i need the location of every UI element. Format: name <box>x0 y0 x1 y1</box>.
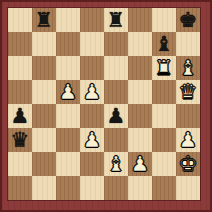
square-d7[interactable] <box>80 32 104 56</box>
square-g8[interactable] <box>152 8 176 32</box>
square-c3[interactable] <box>56 128 80 152</box>
square-a1[interactable] <box>8 176 32 200</box>
square-g2[interactable] <box>152 152 176 176</box>
white-king[interactable]: ♚ <box>176 152 200 176</box>
white-pawn[interactable]: ♟ <box>56 80 80 104</box>
square-a8[interactable] <box>8 8 32 32</box>
square-g1[interactable] <box>152 176 176 200</box>
square-c7[interactable] <box>56 32 80 56</box>
square-f7[interactable] <box>128 32 152 56</box>
black-rook[interactable]: ♜ <box>32 8 56 32</box>
white-queen[interactable]: ♛ <box>176 80 200 104</box>
square-h7[interactable] <box>176 32 200 56</box>
square-e4[interactable]: ♟ <box>104 104 128 128</box>
chess-board: ♜♜♚♝♜♝♟♟♛♟♟♛♟♟♝♟♚ <box>8 8 200 200</box>
square-f5[interactable] <box>128 80 152 104</box>
square-f4[interactable] <box>128 104 152 128</box>
square-a3[interactable]: ♛ <box>8 128 32 152</box>
black-pawn[interactable]: ♟ <box>104 104 128 128</box>
white-pawn[interactable]: ♟ <box>128 152 152 176</box>
square-g5[interactable] <box>152 80 176 104</box>
white-bishop[interactable]: ♝ <box>104 152 128 176</box>
square-e5[interactable] <box>104 80 128 104</box>
white-pawn[interactable]: ♟ <box>80 128 104 152</box>
square-f1[interactable] <box>128 176 152 200</box>
square-g4[interactable] <box>152 104 176 128</box>
square-f8[interactable] <box>128 8 152 32</box>
square-a6[interactable] <box>8 56 32 80</box>
square-h2[interactable]: ♚ <box>176 152 200 176</box>
square-h4[interactable] <box>176 104 200 128</box>
square-e7[interactable] <box>104 32 128 56</box>
square-g7[interactable]: ♝ <box>152 32 176 56</box>
white-pawn[interactable]: ♟ <box>80 80 104 104</box>
square-b8[interactable]: ♜ <box>32 8 56 32</box>
square-h5[interactable]: ♛ <box>176 80 200 104</box>
square-d2[interactable] <box>80 152 104 176</box>
square-c4[interactable] <box>56 104 80 128</box>
square-d3[interactable]: ♟ <box>80 128 104 152</box>
square-b6[interactable] <box>32 56 56 80</box>
white-rook[interactable]: ♜ <box>152 56 176 80</box>
square-d1[interactable] <box>80 176 104 200</box>
square-e6[interactable] <box>104 56 128 80</box>
square-b5[interactable] <box>32 80 56 104</box>
square-b1[interactable] <box>32 176 56 200</box>
square-a5[interactable] <box>8 80 32 104</box>
square-e2[interactable]: ♝ <box>104 152 128 176</box>
board-frame: ♜♜♚♝♜♝♟♟♛♟♟♛♟♟♝♟♚ <box>0 0 212 212</box>
square-d6[interactable] <box>80 56 104 80</box>
square-h8[interactable]: ♚ <box>176 8 200 32</box>
square-d5[interactable]: ♟ <box>80 80 104 104</box>
square-f3[interactable] <box>128 128 152 152</box>
square-c2[interactable] <box>56 152 80 176</box>
black-king[interactable]: ♚ <box>176 8 200 32</box>
square-b4[interactable] <box>32 104 56 128</box>
square-a2[interactable] <box>8 152 32 176</box>
square-g3[interactable] <box>152 128 176 152</box>
square-a4[interactable]: ♟ <box>8 104 32 128</box>
square-b7[interactable] <box>32 32 56 56</box>
square-c5[interactable]: ♟ <box>56 80 80 104</box>
square-c8[interactable] <box>56 8 80 32</box>
square-d4[interactable] <box>80 104 104 128</box>
square-h1[interactable] <box>176 176 200 200</box>
black-bishop[interactable]: ♝ <box>152 32 176 56</box>
square-g6[interactable]: ♜ <box>152 56 176 80</box>
square-e3[interactable] <box>104 128 128 152</box>
square-c6[interactable] <box>56 56 80 80</box>
square-c1[interactable] <box>56 176 80 200</box>
square-b3[interactable] <box>32 128 56 152</box>
white-pawn[interactable]: ♟ <box>176 128 200 152</box>
square-e8[interactable]: ♜ <box>104 8 128 32</box>
square-b2[interactable] <box>32 152 56 176</box>
square-f2[interactable]: ♟ <box>128 152 152 176</box>
square-a7[interactable] <box>8 32 32 56</box>
square-f6[interactable] <box>128 56 152 80</box>
black-queen[interactable]: ♛ <box>8 128 32 152</box>
black-pawn[interactable]: ♟ <box>8 104 32 128</box>
white-bishop[interactable]: ♝ <box>176 56 200 80</box>
square-h6[interactable]: ♝ <box>176 56 200 80</box>
square-h3[interactable]: ♟ <box>176 128 200 152</box>
square-d8[interactable] <box>80 8 104 32</box>
square-e1[interactable] <box>104 176 128 200</box>
black-rook[interactable]: ♜ <box>104 8 128 32</box>
